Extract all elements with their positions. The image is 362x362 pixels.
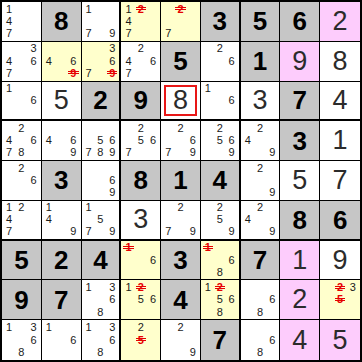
given-digit: 8 <box>280 201 319 239</box>
cell-r8c8[interactable]: 2 <box>280 280 320 320</box>
candidate-digit: 3 <box>28 321 40 334</box>
candidate-digit: 6 <box>106 174 118 186</box>
candidate-digit: 7 <box>3 28 15 40</box>
candidate-digit: 2 <box>254 162 266 174</box>
given-digit: 3 <box>161 241 200 280</box>
cell-r8c6[interactable]: 12568 <box>201 280 241 320</box>
cell-r3c9[interactable]: 4 <box>320 82 360 122</box>
eliminated-candidate-digit: 5 <box>334 294 347 306</box>
entered-digit: 3 <box>241 82 280 120</box>
candidate-digit: 5 <box>135 135 147 147</box>
candidates: 3679 <box>83 43 119 80</box>
candidates: 249 <box>242 122 279 159</box>
candidate-digit: 4 <box>43 214 55 226</box>
cell-r5c9[interactable]: 7 <box>320 161 360 201</box>
candidate-digit: 4 <box>3 55 15 67</box>
candidates: 25 <box>122 321 159 359</box>
candidate-digit: 2 <box>174 122 186 134</box>
candidate-digit: 1 <box>3 202 15 214</box>
candidate-digit: 7 <box>162 147 174 159</box>
cell-r7c2[interactable]: 2 <box>42 241 82 281</box>
candidate-digit: 9 <box>67 226 79 238</box>
candidate-digit: 4 <box>43 135 55 147</box>
candidates: 469 <box>43 43 80 80</box>
candidate-digit: 7 <box>3 67 15 79</box>
candidates: 179 <box>83 3 119 40</box>
candidate-digit: 3 <box>106 321 118 334</box>
candidate-digit: 3 <box>28 43 40 55</box>
candidates: 1247 <box>3 202 40 238</box>
entered-digit: 3 <box>121 201 160 239</box>
eliminated-candidate-digit: 2 <box>135 3 147 15</box>
cell-r4c3[interactable]: 56789 <box>82 121 122 161</box>
candidate-digit: 1 <box>83 202 95 214</box>
given-digit: 4 <box>161 280 200 319</box>
candidate-digit: 5 <box>214 214 226 226</box>
cell-r6c7[interactable]: 249 <box>241 201 281 241</box>
cell-r8c9[interactable]: 235 <box>320 280 360 320</box>
candidate-digit: 2 <box>135 122 147 134</box>
eliminated-candidate-digit: 2 <box>214 281 226 293</box>
candidate-digit: 2 <box>214 43 226 55</box>
candidate-digit: 2 <box>174 321 186 334</box>
entered-digit: 4 <box>320 82 360 120</box>
cell-r9c8[interactable]: 4 <box>280 320 320 360</box>
candidate-digit: 6 <box>28 135 40 147</box>
given-digit: 5 <box>161 42 200 81</box>
candidate-digit: 7 <box>83 67 95 79</box>
candidate-digit: 7 <box>122 67 134 79</box>
candidate-digit: 9 <box>187 346 199 359</box>
candidate-digit: 6 <box>147 294 159 306</box>
candidate-digit: 6 <box>226 254 238 266</box>
cell-r1c1[interactable]: 147 <box>2 2 42 42</box>
candidate-digit: 6 <box>147 135 159 147</box>
given-digit: 7 <box>241 241 280 280</box>
entered-digit: 8 <box>320 42 360 81</box>
candidate-digit: 6 <box>226 135 238 147</box>
candidate-digit: 8 <box>214 266 226 278</box>
candidate-digit: 6 <box>67 55 79 67</box>
candidate-digit: 6 <box>226 94 238 106</box>
cell-r7c1[interactable]: 5 <box>2 241 42 281</box>
cell-r9c4[interactable]: 25 <box>121 320 161 360</box>
entered-digit: 1 <box>320 121 360 160</box>
cell-r3c2[interactable]: 5 <box>42 82 82 122</box>
eliminated-candidate-digit: 5 <box>135 334 147 347</box>
cell-r9c6[interactable]: 7 <box>201 320 241 360</box>
given-digit: 2 <box>82 82 120 120</box>
entered-digit: 5 <box>320 320 360 360</box>
candidate-digit: 5 <box>135 294 147 306</box>
cell-r3c6[interactable]: 16 <box>201 82 241 122</box>
candidate-digit: 5 <box>94 214 106 226</box>
cell-r1c8[interactable]: 6 <box>280 2 320 42</box>
candidate-digit: 8 <box>15 346 27 359</box>
given-digit: 9 <box>121 82 160 120</box>
cell-r9c7[interactable]: 68 <box>241 320 281 360</box>
entered-digit: 8 <box>161 82 200 120</box>
candidate-digit: 9 <box>266 226 278 238</box>
candidate-digit: 1 <box>43 321 55 334</box>
entered-digit: 7 <box>320 161 360 200</box>
candidates: 2467 <box>122 43 159 80</box>
cell-r2c1[interactable]: 3467 <box>2 42 42 82</box>
candidate-digit: 3 <box>106 43 118 55</box>
cell-r4c1[interactable]: 24678 <box>2 121 42 161</box>
cell-r8c2[interactable]: 7 <box>42 280 82 320</box>
entered-digit: 9 <box>320 241 360 280</box>
candidate-digit: 1 <box>3 321 15 334</box>
cell-r2c9[interactable]: 8 <box>320 42 360 82</box>
candidate-digit: 2 <box>254 122 266 134</box>
cell-r2c4[interactable]: 2467 <box>121 42 161 82</box>
given-digit: 4 <box>201 161 239 200</box>
candidate-digit: 9 <box>106 28 118 40</box>
cell-r7c7[interactable]: 7 <box>241 241 281 281</box>
cell-r1c2[interactable]: 8 <box>42 2 82 42</box>
given-digit: 3 <box>42 161 81 200</box>
candidate-digit: 7 <box>83 147 95 159</box>
cell-r4c4[interactable]: 2567 <box>121 121 161 161</box>
candidate-digit: 1 <box>43 202 55 214</box>
candidate-digit: 5 <box>214 135 226 147</box>
candidate-digit: 6 <box>28 55 40 67</box>
cell-r5c5[interactable]: 1 <box>161 161 201 201</box>
candidates: 147 <box>3 3 40 40</box>
candidate-digit: 8 <box>94 306 106 318</box>
candidate-digit: 2 <box>135 43 147 55</box>
candidate-digit: 9 <box>226 226 238 238</box>
candidate-digit: 7 <box>83 28 95 40</box>
candidate-digit: 6 <box>226 55 238 67</box>
candidate-digit: 8 <box>214 306 226 318</box>
candidate-digit: 2 <box>135 321 147 334</box>
candidate-digit: 9 <box>266 187 278 199</box>
cell-r4c9[interactable]: 1 <box>320 121 360 161</box>
eliminated-candidate-digit: 9 <box>67 67 79 79</box>
eliminated-candidate-digit: 2 <box>334 281 347 293</box>
candidate-digit: 8 <box>15 147 27 159</box>
eliminated-candidate-digit: 9 <box>106 67 118 79</box>
candidate-digit: 2 <box>254 202 266 214</box>
candidate-digit: 9 <box>67 147 79 159</box>
cell-r7c4[interactable]: 16 <box>121 241 161 281</box>
cell-r1c4[interactable]: 1247 <box>121 2 161 42</box>
candidate-digit: 1 <box>83 321 95 334</box>
cell-r1c5[interactable]: 27 <box>161 2 201 42</box>
cell-r3c8[interactable]: 7 <box>280 82 320 122</box>
cell-r1c6[interactable]: 3 <box>201 2 241 42</box>
given-digit: 3 <box>280 121 319 160</box>
eliminated-candidate-digit: 2 <box>135 281 147 293</box>
candidate-digit: 6 <box>226 294 238 306</box>
candidates: 27 <box>162 3 199 40</box>
cell-r2c2[interactable]: 469 <box>42 42 82 82</box>
candidate-digit: 2 <box>15 122 27 134</box>
entered-digit: 5 <box>280 161 319 200</box>
candidate-digit: 2 <box>214 122 226 134</box>
given-digit: 1 <box>161 161 200 200</box>
candidate-digit: 6 <box>106 334 118 347</box>
candidates: 2569 <box>202 122 238 159</box>
candidates: 16 <box>122 242 159 279</box>
cell-r5c2[interactable]: 3 <box>42 161 82 201</box>
candidate-digit: 6 <box>67 135 79 147</box>
cell-r6c6[interactable]: 259 <box>201 201 241 241</box>
cell-r1c9[interactable]: 2 <box>320 2 360 42</box>
candidates: 16 <box>202 83 238 119</box>
cell-r9c5[interactable]: 29 <box>161 320 201 360</box>
cell-r6c3[interactable]: 1579 <box>82 201 122 241</box>
candidate-digit: 4 <box>242 214 254 226</box>
cell-r9c2[interactable]: 16 <box>42 320 82 360</box>
candidate-digit: 4 <box>43 55 55 67</box>
cell-r8c3[interactable]: 1368 <box>82 280 122 320</box>
cell-r2c7[interactable]: 1 <box>241 42 281 82</box>
eliminated-candidate-digit: 1 <box>122 242 134 254</box>
candidates: 69 <box>83 162 119 199</box>
cell-r5c8[interactable]: 5 <box>280 161 320 201</box>
candidates: 2679 <box>162 122 199 159</box>
candidate-digit: 6 <box>28 174 40 186</box>
candidates: 469 <box>43 122 80 159</box>
candidate-digit: 9 <box>106 187 118 199</box>
candidate-digit: 3 <box>106 281 118 293</box>
cell-r8c5[interactable]: 4 <box>161 280 201 320</box>
cell-r5c7[interactable]: 29 <box>241 161 281 201</box>
given-digit: 7 <box>280 82 319 120</box>
candidate-digit: 8 <box>94 346 106 359</box>
candidate-digit: 4 <box>3 214 15 226</box>
candidate-digit: 7 <box>162 226 174 238</box>
cell-r6c5[interactable]: 279 <box>161 201 201 241</box>
candidate-digit: 8 <box>94 147 106 159</box>
eliminated-candidate-digit: 2 <box>174 3 186 15</box>
candidates: 16 <box>3 83 40 119</box>
candidates: 249 <box>242 202 279 238</box>
candidate-digit: 1 <box>122 3 134 15</box>
candidate-digit: 8 <box>254 346 266 359</box>
candidates: 26 <box>202 43 238 80</box>
cell-r4c5[interactable]: 2679 <box>161 121 201 161</box>
candidate-digit: 4 <box>3 135 15 147</box>
candidate-digit: 7 <box>3 226 15 238</box>
candidate-digit: 6 <box>147 55 159 67</box>
cell-r4c6[interactable]: 2569 <box>201 121 241 161</box>
given-digit: 5 <box>2 241 41 280</box>
cell-r4c8[interactable]: 3 <box>280 121 320 161</box>
candidate-digit: 3 <box>346 281 359 293</box>
cell-r5c3[interactable]: 69 <box>82 161 122 201</box>
given-digit: 7 <box>201 320 239 360</box>
candidates: 1256 <box>122 281 159 318</box>
candidates: 29 <box>242 162 279 199</box>
candidates: 235 <box>321 281 359 318</box>
candidates: 149 <box>43 202 80 238</box>
candidates: 1368 <box>83 321 119 359</box>
candidate-digit: 2 <box>15 202 27 214</box>
cell-r2c5[interactable]: 5 <box>161 42 201 82</box>
candidate-digit: 1 <box>83 3 95 15</box>
cell-r7c5[interactable]: 3 <box>161 241 201 281</box>
cell-r3c4[interactable]: 9 <box>121 82 161 122</box>
candidate-digit: 6 <box>106 135 118 147</box>
cell-r4c7[interactable]: 249 <box>241 121 281 161</box>
given-digit: 7 <box>42 280 81 319</box>
cell-r2c8[interactable]: 9 <box>280 42 320 82</box>
entered-digit: 4 <box>280 320 319 360</box>
candidates: 16 <box>43 321 80 359</box>
candidate-digit: 1 <box>3 3 15 15</box>
cell-r4c2[interactable]: 469 <box>42 121 82 161</box>
cell-r5c1[interactable]: 26 <box>2 161 42 201</box>
cell-r8c1[interactable]: 9 <box>2 280 42 320</box>
candidate-digit: 6 <box>106 294 118 306</box>
candidates: 29 <box>162 321 199 359</box>
cell-r2c3[interactable]: 3679 <box>82 42 122 82</box>
candidate-digit: 6 <box>147 254 159 266</box>
candidate-digit: 7 <box>3 147 15 159</box>
given-digit: 5 <box>241 2 280 41</box>
candidate-digit: 2 <box>15 162 27 174</box>
cell-r9c3[interactable]: 1368 <box>82 320 122 360</box>
cell-r6c8[interactable]: 8 <box>280 201 320 241</box>
candidates: 168 <box>202 242 238 279</box>
candidate-digit: 2 <box>174 202 186 214</box>
candidate-digit: 6 <box>266 294 278 306</box>
candidate-digit: 6 <box>187 135 199 147</box>
given-digit: 2 <box>42 241 81 280</box>
cell-r1c3[interactable]: 179 <box>82 2 122 42</box>
cell-r7c3[interactable]: 4 <box>82 241 122 281</box>
given-digit: 4 <box>82 241 120 280</box>
candidate-digit: 2 <box>214 202 226 214</box>
candidates: 3467 <box>3 43 40 80</box>
cell-r6c1[interactable]: 1247 <box>2 201 42 241</box>
candidates: 56789 <box>83 122 119 159</box>
candidates: 279 <box>162 202 199 238</box>
candidates: 1368 <box>83 281 119 318</box>
candidate-digit: 4 <box>3 15 15 27</box>
cell-r3c7[interactable]: 3 <box>241 82 281 122</box>
given-digit: 6 <box>320 201 360 239</box>
candidate-digit: 5 <box>214 294 226 306</box>
cell-r6c9[interactable]: 6 <box>320 201 360 241</box>
candidates: 2567 <box>122 122 159 159</box>
candidate-digit: 4 <box>122 55 134 67</box>
candidates: 68 <box>242 321 279 359</box>
candidates: 259 <box>202 202 238 238</box>
given-digit: 6 <box>280 2 319 41</box>
candidate-digit: 1 <box>3 83 15 95</box>
sudoku-board: 1478179124727356234674693679246752619816… <box>0 0 362 362</box>
candidate-digit: 9 <box>106 226 118 238</box>
cell-r9c1[interactable]: 1368 <box>2 320 42 360</box>
cell-r6c2[interactable]: 149 <box>42 201 82 241</box>
candidate-digit: 7 <box>162 28 174 40</box>
candidates: 26 <box>3 162 40 199</box>
given-digit: 8 <box>42 2 81 41</box>
candidate-digit: 9 <box>266 147 278 159</box>
cell-r7c9[interactable]: 9 <box>320 241 360 281</box>
given-digit: 8 <box>121 161 160 200</box>
entered-digit: 2 <box>320 2 360 41</box>
eliminated-candidate-digit: 1 <box>202 242 214 254</box>
candidate-digit: 4 <box>242 135 254 147</box>
cell-r8c7[interactable]: 68 <box>241 280 281 320</box>
cell-r9c9[interactable]: 5 <box>320 320 360 360</box>
candidate-digit: 9 <box>106 147 118 159</box>
cell-r6c4[interactable]: 3 <box>121 201 161 241</box>
cell-r7c6[interactable]: 168 <box>201 241 241 281</box>
candidates: 12568 <box>202 281 238 318</box>
cell-r3c5[interactable]: 8 <box>161 82 201 122</box>
entered-digit: 2 <box>280 280 319 319</box>
candidate-digit: 9 <box>187 226 199 238</box>
candidates: 1579 <box>83 202 119 238</box>
candidate-digit: 6 <box>67 334 79 347</box>
candidate-digit: 5 <box>94 135 106 147</box>
cell-r7c8[interactable]: 1 <box>280 241 320 281</box>
given-digit: 1 <box>241 42 280 81</box>
candidate-digit: 6 <box>28 334 40 347</box>
cell-r5c6[interactable]: 4 <box>201 161 241 201</box>
candidate-digit: 7 <box>83 226 95 238</box>
cell-r8c4[interactable]: 1256 <box>121 280 161 320</box>
candidate-digit: 9 <box>187 147 199 159</box>
candidates: 24678 <box>3 122 40 159</box>
entered-digit: 5 <box>42 82 81 120</box>
candidate-digit: 7 <box>122 147 134 159</box>
candidates: 1247 <box>122 3 159 40</box>
candidate-digit: 4 <box>122 15 134 27</box>
cell-r3c3[interactable]: 2 <box>82 82 122 122</box>
cell-r1c7[interactable]: 5 <box>241 2 281 42</box>
candidate-digit: 6 <box>106 55 118 67</box>
candidate-digit: 8 <box>254 306 266 318</box>
cell-r2c6[interactable]: 26 <box>201 42 241 82</box>
candidate-digit: 1 <box>83 281 95 293</box>
candidate-digit: 1 <box>202 281 214 293</box>
entered-digit: 1 <box>280 241 319 280</box>
candidates: 1368 <box>3 321 40 359</box>
entered-digit: 9 <box>280 42 319 81</box>
candidate-digit: 6 <box>28 94 40 106</box>
candidate-digit: 1 <box>122 281 134 293</box>
cell-r3c1[interactable]: 16 <box>2 82 42 122</box>
given-digit: 9 <box>2 280 41 319</box>
candidate-digit: 9 <box>226 147 238 159</box>
candidates: 68 <box>242 281 279 318</box>
candidate-digit: 7 <box>122 28 134 40</box>
candidate-digit: 1 <box>202 83 214 95</box>
cell-r5c4[interactable]: 8 <box>121 161 161 201</box>
given-digit: 3 <box>201 2 239 41</box>
candidate-digit: 6 <box>266 334 278 347</box>
